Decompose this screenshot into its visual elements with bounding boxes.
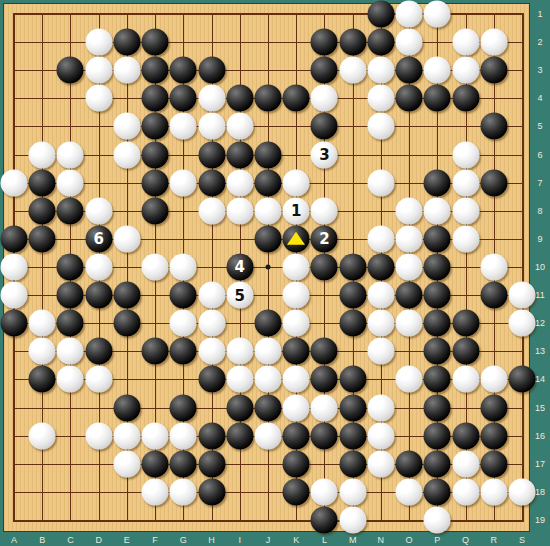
column-coordinate-label: M <box>349 536 357 545</box>
column-coordinate-label: R <box>490 536 497 545</box>
black-stone <box>480 450 507 477</box>
black-stone <box>113 394 140 421</box>
move-number-text: 2 <box>319 230 329 248</box>
white-stone <box>113 422 140 449</box>
black-stone <box>198 422 225 449</box>
black-stone <box>424 366 451 393</box>
white-stone <box>367 85 394 112</box>
black-stone <box>396 282 423 309</box>
white-stone <box>170 169 197 196</box>
black-stone <box>254 85 281 112</box>
white-stone <box>339 57 366 84</box>
white-stone <box>198 282 225 309</box>
white-stone <box>283 366 310 393</box>
white-stone <box>113 57 140 84</box>
white-stone <box>1 169 28 196</box>
white-stone <box>85 422 112 449</box>
column-coordinate-label: G <box>180 536 187 545</box>
column-coordinate-label: K <box>293 536 299 545</box>
row-coordinate-label: 18 <box>535 487 545 496</box>
black-stone <box>170 85 197 112</box>
white-stone <box>1 253 28 280</box>
move-number-label: 3 <box>311 141 338 168</box>
black-stone <box>170 338 197 365</box>
black-stone <box>339 450 366 477</box>
black-stone <box>339 422 366 449</box>
triangle-icon <box>287 232 305 245</box>
black-stone <box>424 282 451 309</box>
row-coordinate-label: 4 <box>537 94 542 103</box>
white-stone <box>85 85 112 112</box>
black-stone <box>57 310 84 337</box>
black-stone <box>85 338 112 365</box>
black-stone <box>424 169 451 196</box>
black-stone <box>339 29 366 56</box>
white-stone <box>283 394 310 421</box>
black-stone <box>142 169 169 196</box>
black-stone <box>311 29 338 56</box>
column-coordinate-label: F <box>152 536 158 545</box>
white-stone <box>226 197 253 224</box>
black-stone <box>508 366 535 393</box>
black-stone <box>113 282 140 309</box>
column-coordinate-label: E <box>124 536 130 545</box>
black-stone <box>396 85 423 112</box>
white-stone <box>367 310 394 337</box>
white-stone <box>226 338 253 365</box>
black-stone <box>311 506 338 533</box>
black-stone <box>142 197 169 224</box>
white-stone <box>85 253 112 280</box>
white-stone <box>452 366 479 393</box>
black-stone <box>367 253 394 280</box>
black-stone <box>283 478 310 505</box>
black-stone <box>142 29 169 56</box>
black-stone <box>339 366 366 393</box>
white-stone <box>452 57 479 84</box>
black-stone <box>424 338 451 365</box>
white-stone <box>57 141 84 168</box>
white-stone <box>452 29 479 56</box>
black-stone <box>142 57 169 84</box>
move-number-text: 4 <box>235 258 245 276</box>
white-stone <box>396 366 423 393</box>
black-stone <box>480 169 507 196</box>
black-stone <box>142 338 169 365</box>
column-coordinate-label: Q <box>462 536 469 545</box>
row-coordinate-label: 6 <box>537 150 542 159</box>
white-stone <box>85 57 112 84</box>
white-stone <box>396 197 423 224</box>
white-stone <box>29 422 56 449</box>
black-stone <box>480 57 507 84</box>
white-stone <box>283 310 310 337</box>
black-stone <box>113 310 140 337</box>
move-number-text: 1 <box>291 202 301 220</box>
white-stone <box>283 169 310 196</box>
black-stone <box>424 85 451 112</box>
black-stone <box>170 450 197 477</box>
white-stone <box>29 141 56 168</box>
black-stone <box>29 366 56 393</box>
white-stone <box>424 1 451 28</box>
white-stone <box>57 338 84 365</box>
white-stone <box>283 282 310 309</box>
white-stone <box>85 366 112 393</box>
column-coordinate-label: N <box>378 536 385 545</box>
white-stone <box>396 225 423 252</box>
black-stone <box>57 57 84 84</box>
white-stone <box>142 422 169 449</box>
column-coordinate-label: D <box>95 536 102 545</box>
white-stone <box>170 253 197 280</box>
black-stone <box>226 85 253 112</box>
white-stone <box>113 141 140 168</box>
row-coordinate-label: 13 <box>535 347 545 356</box>
black-stone <box>480 394 507 421</box>
move-number-label: 4 <box>226 253 253 280</box>
white-stone <box>198 113 225 140</box>
black-stone <box>311 113 338 140</box>
white-stone <box>254 197 281 224</box>
black-stone <box>452 338 479 365</box>
row-coordinate-label: 5 <box>537 122 542 131</box>
white-stone <box>198 338 225 365</box>
black-stone <box>254 141 281 168</box>
white-stone <box>452 478 479 505</box>
black-stone <box>170 282 197 309</box>
black-stone <box>339 282 366 309</box>
black-stone <box>29 197 56 224</box>
black-stone <box>367 29 394 56</box>
black-stone <box>311 338 338 365</box>
black-stone <box>396 450 423 477</box>
white-stone <box>311 394 338 421</box>
white-stone <box>198 197 225 224</box>
row-coordinate-label: 15 <box>535 403 545 412</box>
white-stone <box>396 253 423 280</box>
column-coordinate-label: I <box>238 536 241 545</box>
row-coordinate-label: 2 <box>537 38 542 47</box>
white-stone <box>424 57 451 84</box>
black-stone <box>1 225 28 252</box>
column-coordinate-label: A <box>11 536 17 545</box>
white-stone <box>452 141 479 168</box>
white-stone <box>480 29 507 56</box>
column-coordinate-label: B <box>39 536 45 545</box>
white-stone <box>480 366 507 393</box>
column-coordinate-label: J <box>266 536 271 545</box>
black-stone <box>1 310 28 337</box>
row-coordinate-label: 19 <box>535 515 545 524</box>
column-coordinate-label: H <box>208 536 215 545</box>
white-stone <box>452 450 479 477</box>
move-number-text: 6 <box>93 230 103 248</box>
move-number-label: 5 <box>226 282 253 309</box>
white-stone <box>57 169 84 196</box>
black-stone <box>113 29 140 56</box>
white-stone <box>508 282 535 309</box>
black-stone <box>424 478 451 505</box>
white-stone <box>29 310 56 337</box>
white-stone <box>367 113 394 140</box>
black-stone <box>452 85 479 112</box>
black-stone <box>226 422 253 449</box>
move-number-label: 6 <box>85 225 112 252</box>
black-stone <box>254 225 281 252</box>
black-stone <box>311 366 338 393</box>
star-point <box>265 264 270 269</box>
black-stone <box>170 394 197 421</box>
white-stone <box>452 169 479 196</box>
black-stone <box>142 450 169 477</box>
row-coordinate-label: 14 <box>535 375 545 384</box>
white-stone <box>480 478 507 505</box>
white-stone <box>396 478 423 505</box>
black-stone <box>198 450 225 477</box>
white-stone <box>424 506 451 533</box>
black-stone <box>57 282 84 309</box>
white-stone <box>339 478 366 505</box>
black-stone <box>29 225 56 252</box>
black-stone <box>283 85 310 112</box>
black-stone <box>480 422 507 449</box>
black-stone <box>452 422 479 449</box>
column-coordinate-label: P <box>434 536 440 545</box>
white-stone <box>142 253 169 280</box>
black-stone <box>311 57 338 84</box>
white-stone <box>226 366 253 393</box>
white-stone <box>367 394 394 421</box>
black-stone <box>424 253 451 280</box>
white-stone <box>367 450 394 477</box>
white-stone <box>283 253 310 280</box>
row-coordinate-label: 1 <box>537 10 542 19</box>
white-stone <box>57 366 84 393</box>
white-stone <box>113 225 140 252</box>
black-stone <box>424 225 451 252</box>
white-stone <box>198 310 225 337</box>
black-stone <box>57 253 84 280</box>
black-stone <box>424 394 451 421</box>
black-stone <box>283 338 310 365</box>
black-stone <box>339 310 366 337</box>
black-stone <box>29 169 56 196</box>
column-coordinate-label: L <box>322 536 327 545</box>
white-stone <box>85 197 112 224</box>
black-stone <box>480 282 507 309</box>
white-stone <box>396 1 423 28</box>
white-stone <box>226 113 253 140</box>
white-stone <box>113 113 140 140</box>
white-stone <box>367 338 394 365</box>
black-stone <box>424 422 451 449</box>
white-stone <box>311 85 338 112</box>
column-coordinate-label: O <box>406 536 413 545</box>
white-stone <box>311 478 338 505</box>
white-stone <box>254 422 281 449</box>
black-stone <box>57 197 84 224</box>
black-stone <box>254 169 281 196</box>
move-number-text: 5 <box>235 286 245 304</box>
white-stone <box>367 422 394 449</box>
move-number-text: 3 <box>319 146 329 164</box>
black-stone <box>198 478 225 505</box>
black-stone <box>283 450 310 477</box>
white-stone <box>226 169 253 196</box>
black-stone <box>254 394 281 421</box>
white-stone <box>170 310 197 337</box>
black-stone <box>339 253 366 280</box>
white-stone <box>480 253 507 280</box>
black-stone <box>142 141 169 168</box>
white-stone <box>396 29 423 56</box>
row-coordinate-label: 8 <box>537 206 542 215</box>
white-stone <box>367 225 394 252</box>
white-stone <box>367 169 394 196</box>
move-number-label: 2 <box>311 225 338 252</box>
black-stone <box>198 141 225 168</box>
black-stone <box>198 366 225 393</box>
column-coordinate-label: S <box>519 536 525 545</box>
white-stone <box>113 450 140 477</box>
white-stone <box>396 310 423 337</box>
black-stone <box>198 57 225 84</box>
black-stone <box>367 1 394 28</box>
white-stone <box>254 366 281 393</box>
white-stone <box>367 282 394 309</box>
white-stone <box>85 29 112 56</box>
black-stone <box>226 394 253 421</box>
white-stone <box>170 113 197 140</box>
black-stone <box>311 422 338 449</box>
white-stone <box>424 197 451 224</box>
column-coordinate-label: C <box>67 536 74 545</box>
black-stone <box>424 310 451 337</box>
row-coordinate-label: 3 <box>537 66 542 75</box>
white-stone <box>170 422 197 449</box>
white-stone <box>142 478 169 505</box>
row-coordinate-label: 12 <box>535 319 545 328</box>
white-stone <box>254 338 281 365</box>
row-coordinate-label: 16 <box>535 431 545 440</box>
black-stone <box>170 57 197 84</box>
move-number-label: 1 <box>283 197 310 224</box>
white-stone <box>170 478 197 505</box>
white-stone <box>508 478 535 505</box>
triangle-marker-icon <box>287 232 305 245</box>
black-stone <box>424 450 451 477</box>
go-game-window: 123456ABCDEFGHIJKLMNOPQRS123456789101112… <box>0 0 550 546</box>
white-stone <box>367 57 394 84</box>
white-stone <box>1 282 28 309</box>
black-stone <box>142 113 169 140</box>
black-stone <box>226 141 253 168</box>
white-stone <box>452 225 479 252</box>
black-stone <box>198 169 225 196</box>
black-stone <box>283 422 310 449</box>
row-coordinate-label: 11 <box>535 291 544 300</box>
white-stone <box>311 197 338 224</box>
row-coordinate-label: 10 <box>535 262 545 271</box>
row-coordinate-label: 7 <box>537 178 542 187</box>
black-stone <box>142 85 169 112</box>
white-stone <box>452 197 479 224</box>
white-stone <box>29 338 56 365</box>
black-stone <box>339 394 366 421</box>
black-stone <box>254 310 281 337</box>
black-stone <box>311 253 338 280</box>
row-coordinate-label: 9 <box>537 234 542 243</box>
white-stone <box>339 506 366 533</box>
black-stone <box>85 282 112 309</box>
row-coordinate-label: 17 <box>535 459 545 468</box>
black-stone <box>480 113 507 140</box>
white-stone <box>508 310 535 337</box>
black-stone <box>396 57 423 84</box>
white-stone <box>198 85 225 112</box>
black-stone <box>452 310 479 337</box>
